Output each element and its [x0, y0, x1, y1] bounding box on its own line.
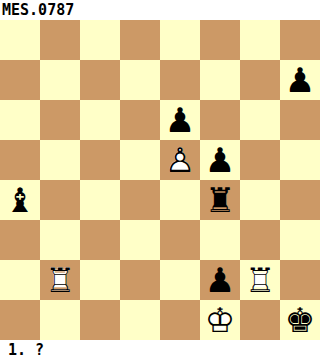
square-d6[interactable] — [120, 100, 160, 140]
white-rook[interactable]: ♜♖ — [40, 260, 80, 300]
black-pawn[interactable]: ♟ — [200, 260, 240, 300]
square-c1[interactable] — [80, 300, 120, 340]
square-a4[interactable]: ♝ — [0, 180, 40, 220]
square-g2[interactable]: ♜♖ — [240, 260, 280, 300]
square-c2[interactable] — [80, 260, 120, 300]
piece-glyph: ♟ — [280, 60, 320, 100]
square-e8[interactable] — [160, 20, 200, 60]
square-c8[interactable] — [80, 20, 120, 60]
piece-outline: ♖ — [40, 260, 80, 300]
square-f2[interactable]: ♟ — [200, 260, 240, 300]
chess-diagram-page: MES.0787 ♟♟♟♙♟♝♜♜♖♟♜♖♚♔♚ 1. ? — [0, 0, 320, 360]
square-d7[interactable] — [120, 60, 160, 100]
square-h5[interactable] — [280, 140, 320, 180]
puzzle-id: MES.0787 — [0, 0, 320, 20]
black-king[interactable]: ♚ — [280, 300, 320, 340]
square-b7[interactable] — [40, 60, 80, 100]
square-h2[interactable] — [280, 260, 320, 300]
square-a1[interactable] — [0, 300, 40, 340]
piece-outline: ♔ — [200, 300, 240, 340]
square-g5[interactable] — [240, 140, 280, 180]
square-b6[interactable] — [40, 100, 80, 140]
piece-glyph: ♟ — [200, 140, 240, 180]
square-a3[interactable] — [0, 220, 40, 260]
square-h8[interactable] — [280, 20, 320, 60]
square-g8[interactable] — [240, 20, 280, 60]
black-pawn[interactable]: ♟ — [160, 100, 200, 140]
black-pawn[interactable]: ♟ — [280, 60, 320, 100]
white-rook[interactable]: ♜♖ — [240, 260, 280, 300]
square-f5[interactable]: ♟ — [200, 140, 240, 180]
move-prompt: 1. ? — [0, 340, 320, 360]
chess-board: ♟♟♟♙♟♝♜♜♖♟♜♖♚♔♚ — [0, 20, 320, 340]
square-h1[interactable]: ♚ — [280, 300, 320, 340]
square-b4[interactable] — [40, 180, 80, 220]
square-g1[interactable] — [240, 300, 280, 340]
square-e3[interactable] — [160, 220, 200, 260]
piece-glyph: ♚ — [280, 300, 320, 340]
square-g3[interactable] — [240, 220, 280, 260]
white-pawn[interactable]: ♟♙ — [160, 140, 200, 180]
square-e4[interactable] — [160, 180, 200, 220]
piece-outline: ♙ — [160, 140, 200, 180]
black-pawn[interactable]: ♟ — [200, 140, 240, 180]
square-a2[interactable] — [0, 260, 40, 300]
square-d3[interactable] — [120, 220, 160, 260]
square-h4[interactable] — [280, 180, 320, 220]
square-c4[interactable] — [80, 180, 120, 220]
square-b3[interactable] — [40, 220, 80, 260]
square-f6[interactable] — [200, 100, 240, 140]
black-bishop[interactable]: ♝ — [0, 180, 40, 220]
square-e7[interactable] — [160, 60, 200, 100]
square-b8[interactable] — [40, 20, 80, 60]
piece-outline: ♖ — [240, 260, 280, 300]
square-f7[interactable] — [200, 60, 240, 100]
square-b1[interactable] — [40, 300, 80, 340]
square-h6[interactable] — [280, 100, 320, 140]
black-rook[interactable]: ♜ — [200, 180, 240, 220]
square-b2[interactable]: ♜♖ — [40, 260, 80, 300]
square-e5[interactable]: ♟♙ — [160, 140, 200, 180]
square-f8[interactable] — [200, 20, 240, 60]
square-a6[interactable] — [0, 100, 40, 140]
piece-glyph: ♜ — [200, 180, 240, 220]
square-a5[interactable] — [0, 140, 40, 180]
square-a7[interactable] — [0, 60, 40, 100]
square-f3[interactable] — [200, 220, 240, 260]
square-h3[interactable] — [280, 220, 320, 260]
square-e2[interactable] — [160, 260, 200, 300]
square-a8[interactable] — [0, 20, 40, 60]
square-g7[interactable] — [240, 60, 280, 100]
square-c3[interactable] — [80, 220, 120, 260]
square-c5[interactable] — [80, 140, 120, 180]
square-f1[interactable]: ♚♔ — [200, 300, 240, 340]
white-king[interactable]: ♚♔ — [200, 300, 240, 340]
piece-glyph: ♟ — [200, 260, 240, 300]
piece-glyph: ♟ — [160, 100, 200, 140]
square-g6[interactable] — [240, 100, 280, 140]
square-g4[interactable] — [240, 180, 280, 220]
square-d5[interactable] — [120, 140, 160, 180]
square-c7[interactable] — [80, 60, 120, 100]
piece-glyph: ♝ — [0, 180, 40, 220]
square-e1[interactable] — [160, 300, 200, 340]
square-f4[interactable]: ♜ — [200, 180, 240, 220]
square-e6[interactable]: ♟ — [160, 100, 200, 140]
square-b5[interactable] — [40, 140, 80, 180]
square-c6[interactable] — [80, 100, 120, 140]
square-h7[interactable]: ♟ — [280, 60, 320, 100]
square-d8[interactable] — [120, 20, 160, 60]
square-d1[interactable] — [120, 300, 160, 340]
square-d2[interactable] — [120, 260, 160, 300]
square-d4[interactable] — [120, 180, 160, 220]
